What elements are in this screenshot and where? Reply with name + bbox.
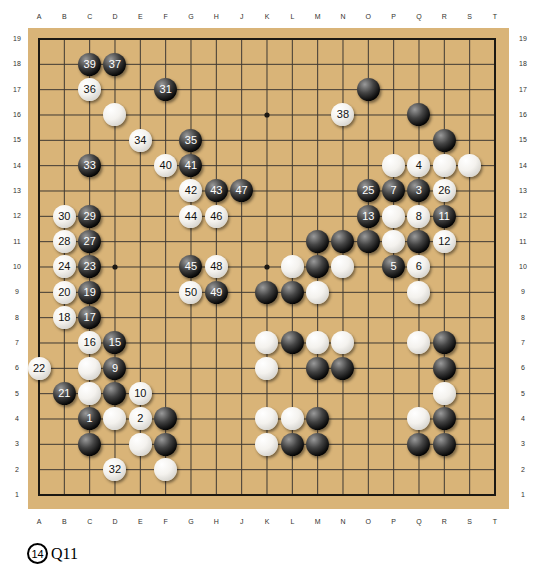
intersection-L10[interactable] xyxy=(280,254,305,279)
intersection-T10[interactable] xyxy=(482,254,507,279)
intersection-F3[interactable] xyxy=(153,432,178,457)
intersection-O4[interactable] xyxy=(356,406,381,431)
intersection-L1[interactable] xyxy=(280,482,305,507)
intersection-P8[interactable] xyxy=(381,305,406,330)
intersection-E3[interactable] xyxy=(128,432,153,457)
intersection-S12[interactable] xyxy=(457,204,482,229)
intersection-R4[interactable] xyxy=(432,406,457,431)
intersection-F11[interactable] xyxy=(153,229,178,254)
intersection-O14[interactable] xyxy=(356,153,381,178)
intersection-D17[interactable] xyxy=(102,77,127,102)
intersection-E16[interactable] xyxy=(128,102,153,127)
intersection-Q16[interactable] xyxy=(406,102,431,127)
intersection-G15[interactable]: 35 xyxy=(178,128,203,153)
intersection-F5[interactable] xyxy=(153,381,178,406)
intersection-G12[interactable]: 44 xyxy=(178,204,203,229)
intersection-E7[interactable] xyxy=(128,330,153,355)
intersection-Q13[interactable]: 3 xyxy=(406,178,431,203)
intersection-O13[interactable]: 25 xyxy=(356,178,381,203)
intersection-F9[interactable] xyxy=(153,280,178,305)
intersection-C14[interactable]: 33 xyxy=(77,153,102,178)
intersection-M4[interactable] xyxy=(305,406,330,431)
intersection-C16[interactable] xyxy=(77,102,102,127)
intersection-D14[interactable] xyxy=(102,153,127,178)
intersection-D4[interactable] xyxy=(102,406,127,431)
intersection-G14[interactable]: 41 xyxy=(178,153,203,178)
intersection-E10[interactable] xyxy=(128,254,153,279)
intersection-L3[interactable] xyxy=(280,432,305,457)
intersection-E17[interactable] xyxy=(128,77,153,102)
intersection-S1[interactable] xyxy=(457,482,482,507)
intersection-J15[interactable] xyxy=(229,128,254,153)
intersection-F12[interactable] xyxy=(153,204,178,229)
intersection-R5[interactable] xyxy=(432,381,457,406)
intersection-P9[interactable] xyxy=(381,280,406,305)
intersection-L17[interactable] xyxy=(280,77,305,102)
intersection-N12[interactable] xyxy=(330,204,355,229)
intersection-J13[interactable]: 47 xyxy=(229,178,254,203)
intersection-T19[interactable] xyxy=(482,26,507,51)
intersection-G3[interactable] xyxy=(178,432,203,457)
intersection-Q5[interactable] xyxy=(406,381,431,406)
intersection-A11[interactable] xyxy=(26,229,51,254)
intersection-H10[interactable]: 48 xyxy=(204,254,229,279)
intersection-R19[interactable] xyxy=(432,26,457,51)
intersection-E1[interactable] xyxy=(128,482,153,507)
intersection-D11[interactable] xyxy=(102,229,127,254)
intersection-S14[interactable] xyxy=(457,153,482,178)
intersection-F1[interactable] xyxy=(153,482,178,507)
intersection-A10[interactable] xyxy=(26,254,51,279)
intersection-B3[interactable] xyxy=(52,432,77,457)
intersection-A15[interactable] xyxy=(26,128,51,153)
intersection-Q1[interactable] xyxy=(406,482,431,507)
intersection-J6[interactable] xyxy=(229,356,254,381)
intersection-T11[interactable] xyxy=(482,229,507,254)
intersection-M7[interactable] xyxy=(305,330,330,355)
intersection-Q12[interactable]: 8 xyxy=(406,204,431,229)
intersection-O12[interactable]: 13 xyxy=(356,204,381,229)
intersection-G16[interactable] xyxy=(178,102,203,127)
intersection-T17[interactable] xyxy=(482,77,507,102)
intersection-Q19[interactable] xyxy=(406,26,431,51)
intersection-L9[interactable] xyxy=(280,280,305,305)
intersection-R12[interactable]: 11 xyxy=(432,204,457,229)
intersection-S19[interactable] xyxy=(457,26,482,51)
intersection-N1[interactable] xyxy=(330,482,355,507)
intersection-T12[interactable] xyxy=(482,204,507,229)
intersection-R14[interactable] xyxy=(432,153,457,178)
intersection-G11[interactable] xyxy=(178,229,203,254)
intersection-H14[interactable] xyxy=(204,153,229,178)
intersection-O2[interactable] xyxy=(356,457,381,482)
intersection-R3[interactable] xyxy=(432,432,457,457)
intersection-S16[interactable] xyxy=(457,102,482,127)
intersection-J3[interactable] xyxy=(229,432,254,457)
intersection-H3[interactable] xyxy=(204,432,229,457)
intersection-P5[interactable] xyxy=(381,381,406,406)
intersection-Q9[interactable] xyxy=(406,280,431,305)
intersection-B5[interactable]: 21 xyxy=(52,381,77,406)
intersection-J12[interactable] xyxy=(229,204,254,229)
intersection-G7[interactable] xyxy=(178,330,203,355)
intersection-R1[interactable] xyxy=(432,482,457,507)
intersection-B4[interactable] xyxy=(52,406,77,431)
intersection-P17[interactable] xyxy=(381,77,406,102)
intersection-H11[interactable] xyxy=(204,229,229,254)
intersection-E18[interactable] xyxy=(128,52,153,77)
intersection-O11[interactable] xyxy=(356,229,381,254)
intersection-A16[interactable] xyxy=(26,102,51,127)
intersection-K18[interactable] xyxy=(254,52,279,77)
intersection-T2[interactable] xyxy=(482,457,507,482)
intersection-F14[interactable]: 40 xyxy=(153,153,178,178)
intersection-L2[interactable] xyxy=(280,457,305,482)
intersection-R17[interactable] xyxy=(432,77,457,102)
intersection-P2[interactable] xyxy=(381,457,406,482)
intersection-F13[interactable] xyxy=(153,178,178,203)
intersection-Q3[interactable] xyxy=(406,432,431,457)
intersection-P18[interactable] xyxy=(381,52,406,77)
intersection-O6[interactable] xyxy=(356,356,381,381)
intersection-S15[interactable] xyxy=(457,128,482,153)
intersection-C12[interactable]: 29 xyxy=(77,204,102,229)
intersection-G4[interactable] xyxy=(178,406,203,431)
intersection-O5[interactable] xyxy=(356,381,381,406)
intersection-K13[interactable] xyxy=(254,178,279,203)
intersection-G1[interactable] xyxy=(178,482,203,507)
intersection-K10[interactable] xyxy=(254,254,279,279)
intersection-G9[interactable]: 50 xyxy=(178,280,203,305)
intersection-E6[interactable] xyxy=(128,356,153,381)
intersection-T9[interactable] xyxy=(482,280,507,305)
intersection-J4[interactable] xyxy=(229,406,254,431)
intersection-T18[interactable] xyxy=(482,52,507,77)
intersection-A19[interactable] xyxy=(26,26,51,51)
intersection-C3[interactable] xyxy=(77,432,102,457)
intersection-H9[interactable]: 49 xyxy=(204,280,229,305)
intersection-E8[interactable] xyxy=(128,305,153,330)
intersection-M5[interactable] xyxy=(305,381,330,406)
intersection-B13[interactable] xyxy=(52,178,77,203)
intersection-K9[interactable] xyxy=(254,280,279,305)
intersection-T13[interactable] xyxy=(482,178,507,203)
intersection-F8[interactable] xyxy=(153,305,178,330)
intersection-C2[interactable] xyxy=(77,457,102,482)
intersection-S8[interactable] xyxy=(457,305,482,330)
intersection-J2[interactable] xyxy=(229,457,254,482)
intersection-T14[interactable] xyxy=(482,153,507,178)
intersection-K8[interactable] xyxy=(254,305,279,330)
intersection-H16[interactable] xyxy=(204,102,229,127)
intersection-L15[interactable] xyxy=(280,128,305,153)
intersection-F17[interactable]: 31 xyxy=(153,77,178,102)
intersection-H13[interactable]: 43 xyxy=(204,178,229,203)
intersection-E12[interactable] xyxy=(128,204,153,229)
intersection-E4[interactable]: 2 xyxy=(128,406,153,431)
intersection-E13[interactable] xyxy=(128,178,153,203)
intersection-Q7[interactable] xyxy=(406,330,431,355)
intersection-M17[interactable] xyxy=(305,77,330,102)
intersection-N6[interactable] xyxy=(330,356,355,381)
intersection-M14[interactable] xyxy=(305,153,330,178)
intersection-M2[interactable] xyxy=(305,457,330,482)
intersection-J11[interactable] xyxy=(229,229,254,254)
intersection-N13[interactable] xyxy=(330,178,355,203)
intersection-K17[interactable] xyxy=(254,77,279,102)
intersection-G19[interactable] xyxy=(178,26,203,51)
intersection-T8[interactable] xyxy=(482,305,507,330)
intersection-K3[interactable] xyxy=(254,432,279,457)
intersection-C4[interactable]: 1 xyxy=(77,406,102,431)
intersection-D6[interactable]: 9 xyxy=(102,356,127,381)
intersection-Q10[interactable]: 6 xyxy=(406,254,431,279)
intersection-K15[interactable] xyxy=(254,128,279,153)
intersection-D8[interactable] xyxy=(102,305,127,330)
intersection-O7[interactable] xyxy=(356,330,381,355)
intersection-H6[interactable] xyxy=(204,356,229,381)
intersection-C10[interactable]: 23 xyxy=(77,254,102,279)
intersection-N19[interactable] xyxy=(330,26,355,51)
intersection-L5[interactable] xyxy=(280,381,305,406)
intersection-M1[interactable] xyxy=(305,482,330,507)
intersection-N7[interactable] xyxy=(330,330,355,355)
intersection-A2[interactable] xyxy=(26,457,51,482)
intersection-L19[interactable] xyxy=(280,26,305,51)
intersection-R16[interactable] xyxy=(432,102,457,127)
intersection-J7[interactable] xyxy=(229,330,254,355)
intersection-Q11[interactable] xyxy=(406,229,431,254)
intersection-N9[interactable] xyxy=(330,280,355,305)
intersection-N14[interactable] xyxy=(330,153,355,178)
intersection-L12[interactable] xyxy=(280,204,305,229)
intersection-M18[interactable] xyxy=(305,52,330,77)
intersection-T4[interactable] xyxy=(482,406,507,431)
intersection-R8[interactable] xyxy=(432,305,457,330)
intersection-B18[interactable] xyxy=(52,52,77,77)
intersection-A5[interactable] xyxy=(26,381,51,406)
intersection-D13[interactable] xyxy=(102,178,127,203)
intersection-F10[interactable] xyxy=(153,254,178,279)
intersection-C13[interactable] xyxy=(77,178,102,203)
intersection-G10[interactable]: 45 xyxy=(178,254,203,279)
intersection-O16[interactable] xyxy=(356,102,381,127)
intersection-K19[interactable] xyxy=(254,26,279,51)
intersection-T5[interactable] xyxy=(482,381,507,406)
intersection-G6[interactable] xyxy=(178,356,203,381)
intersection-F15[interactable] xyxy=(153,128,178,153)
intersection-D7[interactable]: 15 xyxy=(102,330,127,355)
intersection-K2[interactable] xyxy=(254,457,279,482)
intersection-R9[interactable] xyxy=(432,280,457,305)
intersection-G8[interactable] xyxy=(178,305,203,330)
intersection-E11[interactable] xyxy=(128,229,153,254)
intersection-N10[interactable] xyxy=(330,254,355,279)
intersection-E2[interactable] xyxy=(128,457,153,482)
intersection-S11[interactable] xyxy=(457,229,482,254)
intersection-F2[interactable] xyxy=(153,457,178,482)
intersection-K7[interactable] xyxy=(254,330,279,355)
intersection-S13[interactable] xyxy=(457,178,482,203)
intersection-Q6[interactable] xyxy=(406,356,431,381)
intersection-T16[interactable] xyxy=(482,102,507,127)
intersection-G17[interactable] xyxy=(178,77,203,102)
intersection-M8[interactable] xyxy=(305,305,330,330)
intersection-C17[interactable]: 36 xyxy=(77,77,102,102)
intersection-H4[interactable] xyxy=(204,406,229,431)
intersection-D10[interactable] xyxy=(102,254,127,279)
intersection-B15[interactable] xyxy=(52,128,77,153)
intersection-M15[interactable] xyxy=(305,128,330,153)
intersection-C11[interactable]: 27 xyxy=(77,229,102,254)
intersection-S2[interactable] xyxy=(457,457,482,482)
intersection-C6[interactable] xyxy=(77,356,102,381)
intersection-E5[interactable]: 10 xyxy=(128,381,153,406)
intersection-P11[interactable] xyxy=(381,229,406,254)
intersection-H12[interactable]: 46 xyxy=(204,204,229,229)
intersection-O3[interactable] xyxy=(356,432,381,457)
intersection-Q14[interactable]: 4 xyxy=(406,153,431,178)
intersection-O9[interactable] xyxy=(356,280,381,305)
intersection-D5[interactable] xyxy=(102,381,127,406)
intersection-C15[interactable] xyxy=(77,128,102,153)
intersection-A18[interactable] xyxy=(26,52,51,77)
intersection-M6[interactable] xyxy=(305,356,330,381)
intersection-M13[interactable] xyxy=(305,178,330,203)
intersection-A13[interactable] xyxy=(26,178,51,203)
intersection-M12[interactable] xyxy=(305,204,330,229)
intersection-N8[interactable] xyxy=(330,305,355,330)
intersection-T6[interactable] xyxy=(482,356,507,381)
intersection-H1[interactable] xyxy=(204,482,229,507)
intersection-B1[interactable] xyxy=(52,482,77,507)
intersection-M16[interactable] xyxy=(305,102,330,127)
intersection-C5[interactable] xyxy=(77,381,102,406)
intersection-O8[interactable] xyxy=(356,305,381,330)
intersection-J19[interactable] xyxy=(229,26,254,51)
intersection-R13[interactable]: 26 xyxy=(432,178,457,203)
intersection-S9[interactable] xyxy=(457,280,482,305)
intersection-K1[interactable] xyxy=(254,482,279,507)
intersection-A12[interactable] xyxy=(26,204,51,229)
intersection-P16[interactable] xyxy=(381,102,406,127)
intersection-A1[interactable] xyxy=(26,482,51,507)
intersection-B12[interactable]: 30 xyxy=(52,204,77,229)
intersection-M9[interactable] xyxy=(305,280,330,305)
intersection-M10[interactable] xyxy=(305,254,330,279)
intersection-N2[interactable] xyxy=(330,457,355,482)
intersection-D1[interactable] xyxy=(102,482,127,507)
intersection-O17[interactable] xyxy=(356,77,381,102)
intersection-M3[interactable] xyxy=(305,432,330,457)
intersection-F16[interactable] xyxy=(153,102,178,127)
intersection-C19[interactable] xyxy=(77,26,102,51)
intersection-L18[interactable] xyxy=(280,52,305,77)
intersection-B7[interactable] xyxy=(52,330,77,355)
intersection-B8[interactable]: 18 xyxy=(52,305,77,330)
intersection-A4[interactable] xyxy=(26,406,51,431)
intersection-P4[interactable] xyxy=(381,406,406,431)
intersection-C8[interactable]: 17 xyxy=(77,305,102,330)
intersection-N15[interactable] xyxy=(330,128,355,153)
intersection-P1[interactable] xyxy=(381,482,406,507)
intersection-S17[interactable] xyxy=(457,77,482,102)
intersection-C18[interactable]: 39 xyxy=(77,52,102,77)
intersection-R2[interactable] xyxy=(432,457,457,482)
intersection-A7[interactable] xyxy=(26,330,51,355)
intersection-K16[interactable] xyxy=(254,102,279,127)
intersection-K12[interactable] xyxy=(254,204,279,229)
intersection-A6[interactable]: 22 xyxy=(26,356,51,381)
intersection-Q8[interactable] xyxy=(406,305,431,330)
intersection-R18[interactable] xyxy=(432,52,457,77)
intersection-S5[interactable] xyxy=(457,381,482,406)
intersection-Q15[interactable] xyxy=(406,128,431,153)
intersection-B2[interactable] xyxy=(52,457,77,482)
intersection-P7[interactable] xyxy=(381,330,406,355)
intersection-D2[interactable]: 32 xyxy=(102,457,127,482)
intersection-O18[interactable] xyxy=(356,52,381,77)
intersection-P6[interactable] xyxy=(381,356,406,381)
intersection-D3[interactable] xyxy=(102,432,127,457)
intersection-B16[interactable] xyxy=(52,102,77,127)
intersection-J5[interactable] xyxy=(229,381,254,406)
intersection-N5[interactable] xyxy=(330,381,355,406)
intersection-T3[interactable] xyxy=(482,432,507,457)
intersection-A17[interactable] xyxy=(26,77,51,102)
intersection-J16[interactable] xyxy=(229,102,254,127)
intersection-L8[interactable] xyxy=(280,305,305,330)
intersection-S18[interactable] xyxy=(457,52,482,77)
intersection-G5[interactable] xyxy=(178,381,203,406)
intersection-L14[interactable] xyxy=(280,153,305,178)
intersection-K4[interactable] xyxy=(254,406,279,431)
intersection-E15[interactable]: 34 xyxy=(128,128,153,153)
intersection-D9[interactable] xyxy=(102,280,127,305)
intersection-J1[interactable] xyxy=(229,482,254,507)
intersection-Q18[interactable] xyxy=(406,52,431,77)
intersection-H19[interactable] xyxy=(204,26,229,51)
intersection-E14[interactable] xyxy=(128,153,153,178)
intersection-G13[interactable]: 42 xyxy=(178,178,203,203)
intersection-N4[interactable] xyxy=(330,406,355,431)
intersection-R6[interactable] xyxy=(432,356,457,381)
intersection-D15[interactable] xyxy=(102,128,127,153)
intersection-R11[interactable]: 12 xyxy=(432,229,457,254)
intersection-R10[interactable] xyxy=(432,254,457,279)
intersection-Q4[interactable] xyxy=(406,406,431,431)
intersection-L16[interactable] xyxy=(280,102,305,127)
intersection-K6[interactable] xyxy=(254,356,279,381)
intersection-C7[interactable]: 16 xyxy=(77,330,102,355)
intersection-D12[interactable] xyxy=(102,204,127,229)
intersection-T7[interactable] xyxy=(482,330,507,355)
intersection-Q17[interactable] xyxy=(406,77,431,102)
intersection-K5[interactable] xyxy=(254,381,279,406)
intersection-N3[interactable] xyxy=(330,432,355,457)
intersection-G2[interactable] xyxy=(178,457,203,482)
intersection-O10[interactable] xyxy=(356,254,381,279)
intersection-H5[interactable] xyxy=(204,381,229,406)
intersection-K11[interactable] xyxy=(254,229,279,254)
intersection-C1[interactable] xyxy=(77,482,102,507)
intersection-T15[interactable] xyxy=(482,128,507,153)
intersection-H7[interactable] xyxy=(204,330,229,355)
intersection-N11[interactable] xyxy=(330,229,355,254)
intersection-C9[interactable]: 19 xyxy=(77,280,102,305)
intersection-J18[interactable] xyxy=(229,52,254,77)
intersection-B6[interactable] xyxy=(52,356,77,381)
